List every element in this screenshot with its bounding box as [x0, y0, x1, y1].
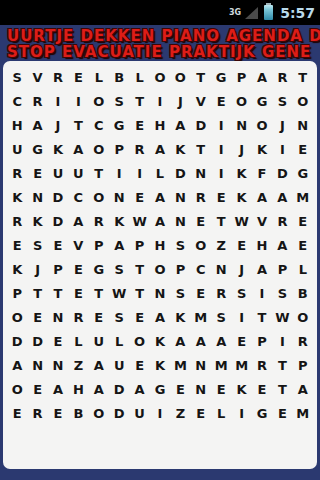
grid-cell[interactable]: U — [89, 329, 109, 353]
grid-cell[interactable]: D — [109, 377, 129, 401]
grid-cell[interactable]: E — [211, 89, 231, 113]
grid-cell[interactable]: W — [272, 305, 292, 329]
grid-cell[interactable]: E — [191, 401, 211, 425]
grid-cell[interactable]: O — [293, 305, 313, 329]
grid-cell[interactable]: A — [191, 329, 211, 353]
grid-cell[interactable]: O — [170, 65, 190, 89]
grid-cell[interactable]: E — [211, 377, 231, 401]
grid-cell[interactable]: B — [68, 401, 88, 425]
grid-cell[interactable]: T — [27, 281, 47, 305]
grid-cell[interactable]: R — [7, 209, 27, 233]
grid-cell[interactable]: R — [252, 353, 272, 377]
grid-cell[interactable]: R — [129, 137, 149, 161]
grid-cell[interactable]: A — [27, 113, 47, 137]
grid-cell[interactable]: V — [252, 209, 272, 233]
grid-cell[interactable]: S — [272, 281, 292, 305]
signal-strength-icon — [245, 7, 258, 19]
grid-cell[interactable]: G — [293, 161, 313, 185]
grid-cell[interactable]: A — [252, 257, 272, 281]
grid-cell[interactable]: B — [293, 281, 313, 305]
grid-cell[interactable]: A — [7, 353, 27, 377]
grid-cell[interactable]: T — [129, 281, 149, 305]
grid-cell[interactable]: D — [191, 113, 211, 137]
grid-cell[interactable]: K — [7, 185, 27, 209]
grid-cell[interactable]: P — [109, 137, 129, 161]
grid-cell[interactable]: R — [293, 329, 313, 353]
grid-cell[interactable]: A — [170, 113, 190, 137]
grid-cell[interactable]: T — [89, 161, 109, 185]
grid-cell[interactable]: L — [150, 161, 170, 185]
grid-cell[interactable]: J — [231, 137, 251, 161]
grid-cell[interactable]: O — [89, 89, 109, 113]
grid-cell[interactable]: J — [272, 113, 292, 137]
word-grid[interactable]: SVRELBLOOTGPARTCRIIOSTIJVEOGSOHAJTCGEHAD… — [7, 65, 313, 425]
grid-cell[interactable]: E — [293, 137, 313, 161]
grid-cell[interactable]: S — [272, 89, 292, 113]
grid-cell[interactable]: J — [27, 257, 47, 281]
grid-cell[interactable]: E — [129, 305, 149, 329]
grid-cell[interactable]: K — [150, 329, 170, 353]
grid-cell[interactable]: H — [68, 377, 88, 401]
grid-cell[interactable]: P — [272, 257, 292, 281]
grid-cell[interactable]: H — [252, 233, 272, 257]
grid-cell[interactable]: T — [89, 281, 109, 305]
grid-cell[interactable]: C — [7, 89, 27, 113]
grid-cell[interactable]: T — [129, 89, 149, 113]
grid-cell[interactable]: T — [191, 137, 211, 161]
grid-cell[interactable]: Z — [211, 233, 231, 257]
grid-cell[interactable]: D — [48, 185, 68, 209]
grid-cell[interactable]: K — [231, 161, 251, 185]
grid-cell[interactable]: A — [89, 377, 109, 401]
grid-cell[interactable]: K — [150, 353, 170, 377]
grid-cell[interactable]: D — [7, 329, 27, 353]
grid-cell[interactable]: W — [129, 209, 149, 233]
grid-cell[interactable]: O — [150, 257, 170, 281]
grid-cell[interactable]: J — [231, 257, 251, 281]
grid-cell[interactable]: J — [48, 113, 68, 137]
grid-cell[interactable]: L — [211, 401, 231, 425]
grid-cell[interactable]: G — [150, 377, 170, 401]
grid-cell[interactable]: M — [211, 353, 231, 377]
grid-cell[interactable]: E — [27, 377, 47, 401]
grid-cell[interactable]: N — [191, 161, 211, 185]
grid-cell[interactable]: H — [150, 113, 170, 137]
grid-cell[interactable]: D — [27, 329, 47, 353]
grid-cell[interactable]: N — [48, 305, 68, 329]
grid-cell[interactable]: S — [231, 281, 251, 305]
grid-cell[interactable]: K — [27, 209, 47, 233]
grid-cell[interactable]: A — [252, 185, 272, 209]
grid-cell[interactable]: O — [293, 89, 313, 113]
grid-cell[interactable]: E — [252, 377, 272, 401]
grid-cell[interactable]: E — [68, 257, 88, 281]
grid-cell[interactable]: T — [272, 353, 292, 377]
grid-cell[interactable]: E — [68, 65, 88, 89]
grid-cell[interactable]: V — [27, 65, 47, 89]
grid-cell[interactable]: R — [27, 401, 47, 425]
grid-cell[interactable]: F — [252, 161, 272, 185]
grid-cell[interactable]: E — [191, 209, 211, 233]
word-list-line-2: STOP EVACUATIE PRAKTIJK GENE — [7, 44, 320, 60]
grid-cell[interactable]: A — [272, 185, 292, 209]
grid-cell[interactable]: S — [211, 305, 231, 329]
grid-cell[interactable]: G — [89, 257, 109, 281]
word-list: UURTJE DEKKEN PIANO AGENDA D STOP EVACUA… — [0, 25, 320, 63]
grid-cell[interactable]: N — [231, 113, 251, 137]
grid-cell[interactable]: T — [293, 65, 313, 89]
grid-cell[interactable]: A — [211, 329, 231, 353]
grid-cell[interactable]: A — [150, 209, 170, 233]
grid-cell[interactable]: G — [252, 89, 272, 113]
grid-cell[interactable]: S — [109, 89, 129, 113]
grid-cell[interactable]: O — [89, 137, 109, 161]
grid-cell[interactable]: O — [129, 329, 149, 353]
grid-cell[interactable]: I — [272, 329, 292, 353]
grid-cell[interactable]: R — [27, 89, 47, 113]
grid-cell[interactable]: K — [231, 377, 251, 401]
grid-cell[interactable]: L — [129, 65, 149, 89]
grid-cell[interactable]: K — [170, 305, 190, 329]
grid-cell[interactable]: V — [68, 233, 88, 257]
grid-cell[interactable]: S — [170, 281, 190, 305]
grid-cell[interactable]: A — [89, 353, 109, 377]
grid-cell[interactable]: I — [252, 281, 272, 305]
grid-cell[interactable]: E — [48, 401, 68, 425]
grid-cell[interactable]: K — [7, 257, 27, 281]
grid-cell[interactable]: O — [7, 377, 27, 401]
grid-cell[interactable]: M — [170, 353, 190, 377]
grid-cell[interactable]: R — [191, 185, 211, 209]
word-list-line-1: UURTJE DEKKEN PIANO AGENDA D — [7, 28, 320, 44]
grid-cell[interactable]: J — [170, 89, 190, 113]
grid-cell[interactable]: I — [211, 137, 231, 161]
grid-cell[interactable]: N — [27, 185, 47, 209]
grid-cell[interactable]: R — [272, 209, 292, 233]
grid-cell[interactable]: W — [231, 209, 251, 233]
grid-cell[interactable]: L — [89, 65, 109, 89]
grid-cell[interactable]: G — [252, 401, 272, 425]
grid-cell[interactable]: E — [191, 281, 211, 305]
grid-cell[interactable]: D — [272, 161, 292, 185]
grid-cell[interactable]: M — [293, 185, 313, 209]
grid-cell[interactable]: R — [89, 209, 109, 233]
grid-cell[interactable]: G — [109, 113, 129, 137]
grid-cell[interactable]: E — [293, 209, 313, 233]
grid-cell[interactable]: I — [272, 137, 292, 161]
grid-cell[interactable]: N — [170, 209, 190, 233]
puzzle-board[interactable]: SVRELBLOOTGPARTCRIIOSTIJVEOGSOHAJTCGEHAD… — [3, 61, 317, 469]
grid-cell[interactable]: U — [109, 353, 129, 377]
grid-cell[interactable]: L — [68, 329, 88, 353]
grid-cell[interactable]: R — [68, 305, 88, 329]
grid-cell[interactable]: A — [293, 377, 313, 401]
grid-cell[interactable]: C — [68, 185, 88, 209]
grid-cell[interactable]: A — [252, 65, 272, 89]
grid-cell[interactable]: A — [68, 137, 88, 161]
grid-cell[interactable]: M — [293, 401, 313, 425]
grid-cell[interactable]: O — [231, 89, 251, 113]
grid-cell[interactable]: C — [89, 113, 109, 137]
grid-cell[interactable]: I — [211, 113, 231, 137]
grid-cell[interactable]: A — [48, 377, 68, 401]
grid-cell[interactable]: E — [27, 305, 47, 329]
grid-cell[interactable]: B — [109, 65, 129, 89]
grid-cell[interactable]: E — [48, 233, 68, 257]
grid-cell[interactable]: O — [150, 65, 170, 89]
grid-cell[interactable]: O — [252, 113, 272, 137]
grid-cell[interactable]: I — [211, 161, 231, 185]
grid-cell[interactable]: N — [293, 113, 313, 137]
grid-cell[interactable]: I — [129, 161, 149, 185]
grid-cell[interactable]: T — [252, 305, 272, 329]
grid-cell[interactable]: R — [7, 161, 27, 185]
grid-cell[interactable]: A — [109, 233, 129, 257]
grid-cell[interactable]: E — [129, 185, 149, 209]
grid-cell[interactable]: O — [7, 305, 27, 329]
grid-cell[interactable]: Z — [68, 353, 88, 377]
grid-cell[interactable]: T — [68, 113, 88, 137]
grid-cell[interactable]: O — [89, 185, 109, 209]
grid-cell[interactable]: U — [7, 137, 27, 161]
grid-cell[interactable]: T — [272, 377, 292, 401]
grid-cell[interactable]: N — [150, 281, 170, 305]
grid-cell[interactable]: D — [170, 161, 190, 185]
grid-cell[interactable]: P — [170, 257, 190, 281]
grid-cell[interactable]: L — [109, 329, 129, 353]
grid-cell[interactable]: E — [293, 233, 313, 257]
grid-cell[interactable]: E — [7, 233, 27, 257]
grid-cell[interactable]: E — [48, 329, 68, 353]
grid-cell[interactable]: E — [129, 353, 149, 377]
grid-cell[interactable]: A — [150, 185, 170, 209]
grid-cell[interactable]: I — [150, 89, 170, 113]
grid-cell[interactable]: H — [7, 113, 27, 137]
grid-cell[interactable]: G — [211, 65, 231, 89]
grid-cell[interactable]: I — [231, 401, 251, 425]
grid-cell[interactable]: A — [170, 329, 190, 353]
grid-cell[interactable]: Z — [170, 401, 190, 425]
grid-cell[interactable]: E — [272, 401, 292, 425]
grid-cell[interactable]: P — [231, 65, 251, 89]
clock-time: 5:57 — [280, 5, 315, 21]
grid-cell[interactable]: R — [211, 281, 231, 305]
grid-cell[interactable]: K — [252, 137, 272, 161]
grid-cell[interactable]: D — [48, 209, 68, 233]
grid-cell[interactable]: P — [293, 353, 313, 377]
grid-cell[interactable]: T — [211, 209, 231, 233]
grid-cell[interactable]: K — [170, 137, 190, 161]
grid-cell[interactable]: A — [150, 137, 170, 161]
grid-cell[interactable]: W — [109, 281, 129, 305]
grid-cell[interactable]: R — [272, 65, 292, 89]
grid-cell[interactable]: P — [89, 233, 109, 257]
grid-cell[interactable]: N — [109, 185, 129, 209]
grid-cell[interactable]: E — [7, 401, 27, 425]
grid-cell[interactable]: R — [48, 65, 68, 89]
grid-cell[interactable]: P — [129, 233, 149, 257]
grid-cell[interactable]: A — [129, 377, 149, 401]
grid-cell[interactable]: N — [191, 377, 211, 401]
grid-cell[interactable]: E — [129, 113, 149, 137]
grid-cell[interactable]: K — [231, 185, 251, 209]
grid-cell[interactable]: S — [7, 65, 27, 89]
grid-cell[interactable]: S — [109, 257, 129, 281]
grid-cell[interactable]: K — [109, 209, 129, 233]
grid-cell[interactable]: P — [7, 281, 27, 305]
grid-cell[interactable]: P — [48, 257, 68, 281]
grid-cell[interactable]: T — [48, 281, 68, 305]
grid-cell[interactable]: E — [89, 305, 109, 329]
grid-cell[interactable]: U — [129, 401, 149, 425]
grid-cell[interactable]: E — [27, 161, 47, 185]
grid-cell[interactable]: N — [27, 353, 47, 377]
grid-cell[interactable]: I — [48, 89, 68, 113]
grid-cell[interactable]: L — [293, 257, 313, 281]
word-search-app: 3G 5:57 UURTJE DEKKEN PIANO AGENDA D STO… — [0, 0, 320, 480]
grid-cell[interactable]: U — [48, 161, 68, 185]
grid-cell[interactable]: M — [231, 353, 251, 377]
grid-cell[interactable]: S — [170, 233, 190, 257]
grid-cell[interactable]: T — [129, 257, 149, 281]
grid-cell[interactable]: O — [89, 401, 109, 425]
grid-cell[interactable]: G — [27, 137, 47, 161]
grid-cell[interactable]: I — [68, 89, 88, 113]
grid-cell[interactable]: I — [231, 305, 251, 329]
grid-cell[interactable]: N — [170, 185, 190, 209]
grid-cell[interactable]: T — [191, 65, 211, 89]
network-type-label: 3G — [229, 9, 241, 17]
grid-cell[interactable]: D — [109, 401, 129, 425]
grid-cell[interactable]: C — [191, 257, 211, 281]
grid-cell[interactable]: N — [211, 257, 231, 281]
grid-cell[interactable]: V — [191, 89, 211, 113]
grid-cell[interactable]: O — [191, 233, 211, 257]
status-bar: 3G 5:57 — [0, 0, 320, 25]
grid-cell[interactable]: A — [68, 209, 88, 233]
battery-icon — [264, 5, 273, 20]
grid-cell[interactable]: K — [48, 137, 68, 161]
grid-cell[interactable]: H — [150, 233, 170, 257]
grid-cell[interactable]: U — [68, 161, 88, 185]
grid-cell[interactable]: I — [109, 161, 129, 185]
grid-cell[interactable]: S — [27, 233, 47, 257]
grid-cell[interactable]: M — [191, 305, 211, 329]
grid-cell[interactable]: N — [191, 353, 211, 377]
grid-cell[interactable]: E — [170, 377, 190, 401]
grid-cell[interactable]: E — [211, 185, 231, 209]
grid-cell[interactable]: N — [48, 353, 68, 377]
grid-cell[interactable]: E — [68, 281, 88, 305]
grid-cell[interactable]: I — [150, 401, 170, 425]
grid-cell[interactable]: S — [109, 305, 129, 329]
grid-cell[interactable]: P — [252, 329, 272, 353]
grid-cell[interactable]: A — [272, 233, 292, 257]
grid-cell[interactable]: E — [231, 233, 251, 257]
grid-cell[interactable]: A — [150, 305, 170, 329]
grid-cell[interactable]: E — [231, 329, 251, 353]
